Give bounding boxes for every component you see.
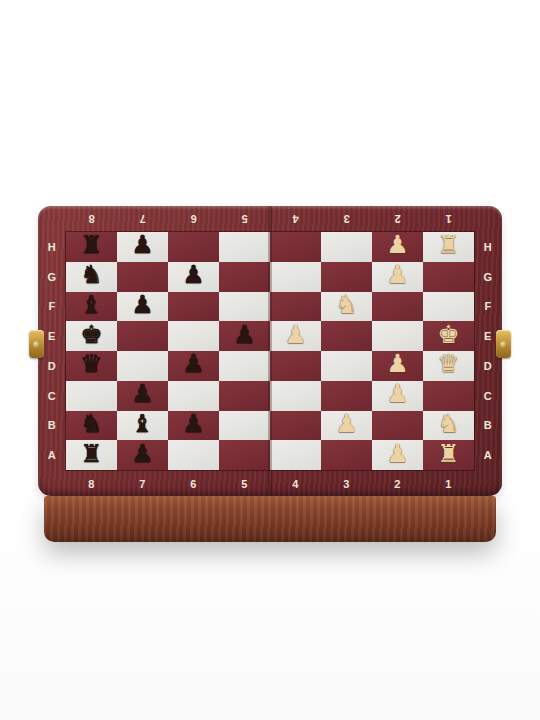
chess-case-top: 87654321 87654321 HGFEDCBA HGFEDCBA ♜♟♟♜… — [38, 206, 502, 496]
left-clasp — [29, 330, 44, 358]
file-label-right-h: H — [478, 232, 498, 262]
square-h2[interactable]: ♟ — [372, 232, 423, 262]
file-labels-right: HGFEDCBA — [478, 232, 498, 470]
piece-black-queen-d8[interactable]: ♛ — [80, 351, 102, 376]
square-a1[interactable]: ♜ — [423, 440, 474, 470]
square-e3[interactable] — [321, 321, 372, 351]
product-photo-stage: 87654321 87654321 HGFEDCBA HGFEDCBA ♜♟♟♜… — [0, 0, 540, 720]
piece-white-pawn-a2[interactable]: ♟ — [386, 441, 408, 466]
square-e4[interactable]: ♟ — [270, 321, 321, 351]
piece-white-rook-h1[interactable]: ♜ — [437, 232, 459, 257]
file-label-left-c: C — [42, 381, 62, 411]
square-f4[interactable] — [270, 292, 321, 322]
rank-label-bottom-8: 8 — [66, 475, 117, 493]
square-b1[interactable]: ♞ — [423, 411, 474, 441]
square-c1[interactable] — [423, 381, 474, 411]
square-g5[interactable] — [219, 262, 270, 292]
square-h1[interactable]: ♜ — [423, 232, 474, 262]
rank-label-top-5: 5 — [219, 210, 270, 228]
square-b8[interactable]: ♞ — [66, 411, 117, 441]
file-label-left-e: E — [42, 321, 62, 351]
square-g6[interactable]: ♟ — [168, 262, 219, 292]
file-label-left-b: B — [42, 411, 62, 441]
square-g2[interactable]: ♟ — [372, 262, 423, 292]
piece-white-pawn-d2[interactable]: ♟ — [386, 351, 408, 376]
file-label-right-b: B — [478, 411, 498, 441]
piece-black-pawn-f7[interactable]: ♟ — [131, 292, 153, 317]
piece-white-pawn-c2[interactable]: ♟ — [386, 381, 408, 406]
square-b4[interactable] — [270, 411, 321, 441]
square-c5[interactable] — [219, 381, 270, 411]
file-label-left-g: G — [42, 262, 62, 292]
square-b2[interactable] — [372, 411, 423, 441]
piece-black-knight-b8[interactable]: ♞ — [80, 411, 102, 436]
piece-white-rook-a1[interactable]: ♜ — [437, 441, 459, 466]
square-h3[interactable] — [321, 232, 372, 262]
square-b3[interactable]: ♟ — [321, 411, 372, 441]
rank-label-top-4: 4 — [270, 210, 321, 228]
rank-label-top-7: 7 — [117, 210, 168, 228]
piece-black-bishop-b7[interactable]: ♝ — [131, 411, 153, 436]
file-label-right-e: E — [478, 321, 498, 351]
file-label-right-g: G — [478, 262, 498, 292]
piece-black-pawn-d6[interactable]: ♟ — [182, 351, 204, 376]
piece-white-queen-d1[interactable]: ♛ — [437, 351, 459, 376]
clasp-pin — [500, 341, 507, 348]
piece-white-knight-b1[interactable]: ♞ — [437, 411, 459, 436]
piece-black-pawn-e5[interactable]: ♟ — [233, 322, 255, 347]
square-c6[interactable] — [168, 381, 219, 411]
square-f8[interactable]: ♝ — [66, 292, 117, 322]
square-d1[interactable]: ♛ — [423, 351, 474, 381]
square-e5[interactable]: ♟ — [219, 321, 270, 351]
square-a8[interactable]: ♜ — [66, 440, 117, 470]
square-f3[interactable]: ♞ — [321, 292, 372, 322]
piece-black-pawn-g6[interactable]: ♟ — [182, 262, 204, 287]
square-f1[interactable] — [423, 292, 474, 322]
square-h8[interactable]: ♜ — [66, 232, 117, 262]
square-c3[interactable] — [321, 381, 372, 411]
file-label-right-c: C — [478, 381, 498, 411]
piece-white-pawn-h2[interactable]: ♟ — [386, 232, 408, 257]
square-g3[interactable] — [321, 262, 372, 292]
piece-white-knight-f3[interactable]: ♞ — [335, 292, 357, 317]
square-h6[interactable] — [168, 232, 219, 262]
square-g4[interactable] — [270, 262, 321, 292]
square-g8[interactable]: ♞ — [66, 262, 117, 292]
square-d3[interactable] — [321, 351, 372, 381]
rank-label-bottom-7: 7 — [117, 475, 168, 493]
piece-black-rook-h8[interactable]: ♜ — [80, 232, 102, 257]
file-label-left-d: D — [42, 351, 62, 381]
piece-black-rook-a8[interactable]: ♜ — [80, 441, 102, 466]
square-d5[interactable] — [219, 351, 270, 381]
square-a5[interactable] — [219, 440, 270, 470]
square-e8[interactable]: ♚ — [66, 321, 117, 351]
square-a6[interactable] — [168, 440, 219, 470]
file-labels-left: HGFEDCBA — [42, 232, 62, 470]
case-side-edge — [44, 496, 496, 542]
rank-label-bottom-2: 2 — [372, 475, 423, 493]
square-f7[interactable]: ♟ — [117, 292, 168, 322]
file-label-left-a: A — [42, 440, 62, 470]
square-b6[interactable]: ♟ — [168, 411, 219, 441]
square-d6[interactable]: ♟ — [168, 351, 219, 381]
rank-label-bottom-1: 1 — [423, 475, 474, 493]
square-h4[interactable] — [270, 232, 321, 262]
square-c8[interactable] — [66, 381, 117, 411]
rank-label-top-1: 1 — [423, 210, 474, 228]
piece-white-pawn-g2[interactable]: ♟ — [386, 262, 408, 287]
file-label-right-f: F — [478, 292, 498, 322]
rank-label-bottom-5: 5 — [219, 475, 270, 493]
fold-seam — [269, 206, 272, 496]
piece-black-king-e8[interactable]: ♚ — [80, 322, 102, 347]
square-g1[interactable] — [423, 262, 474, 292]
piece-black-pawn-b6[interactable]: ♟ — [182, 411, 204, 436]
square-a4[interactable] — [270, 440, 321, 470]
square-d7[interactable] — [117, 351, 168, 381]
rank-label-top-3: 3 — [321, 210, 372, 228]
square-h7[interactable]: ♟ — [117, 232, 168, 262]
square-b5[interactable] — [219, 411, 270, 441]
file-label-left-h: H — [42, 232, 62, 262]
square-a2[interactable]: ♟ — [372, 440, 423, 470]
square-a3[interactable] — [321, 440, 372, 470]
square-e2[interactable] — [372, 321, 423, 351]
square-c2[interactable]: ♟ — [372, 381, 423, 411]
square-d2[interactable]: ♟ — [372, 351, 423, 381]
square-e6[interactable] — [168, 321, 219, 351]
rank-label-top-8: 8 — [66, 210, 117, 228]
square-g7[interactable] — [117, 262, 168, 292]
rank-label-top-6: 6 — [168, 210, 219, 228]
square-f5[interactable] — [219, 292, 270, 322]
square-f2[interactable] — [372, 292, 423, 322]
file-label-right-d: D — [478, 351, 498, 381]
rank-label-bottom-3: 3 — [321, 475, 372, 493]
clasp-pin — [33, 341, 40, 348]
piece-black-bishop-f8[interactable]: ♝ — [80, 292, 102, 317]
piece-white-king-e1[interactable]: ♚ — [437, 322, 459, 347]
right-clasp — [496, 330, 511, 358]
square-e1[interactable]: ♚ — [423, 321, 474, 351]
file-label-left-f: F — [42, 292, 62, 322]
rank-label-bottom-6: 6 — [168, 475, 219, 493]
square-c7[interactable]: ♟ — [117, 381, 168, 411]
piece-white-pawn-e4[interactable]: ♟ — [284, 322, 306, 347]
square-e7[interactable] — [117, 321, 168, 351]
file-label-right-a: A — [478, 440, 498, 470]
square-b7[interactable]: ♝ — [117, 411, 168, 441]
wood-grain-overlay — [44, 496, 496, 542]
rank-label-top-2: 2 — [372, 210, 423, 228]
piece-black-pawn-c7[interactable]: ♟ — [131, 381, 153, 406]
rank-label-bottom-4: 4 — [270, 475, 321, 493]
square-h5[interactable] — [219, 232, 270, 262]
square-a7[interactable]: ♟ — [117, 440, 168, 470]
piece-black-knight-g8[interactable]: ♞ — [80, 262, 102, 287]
square-c4[interactable] — [270, 381, 321, 411]
piece-black-pawn-a7[interactable]: ♟ — [131, 441, 153, 466]
piece-black-pawn-h7[interactable]: ♟ — [131, 232, 153, 257]
piece-white-pawn-b3[interactable]: ♟ — [335, 411, 357, 436]
square-f6[interactable] — [168, 292, 219, 322]
square-d4[interactable] — [270, 351, 321, 381]
square-d8[interactable]: ♛ — [66, 351, 117, 381]
